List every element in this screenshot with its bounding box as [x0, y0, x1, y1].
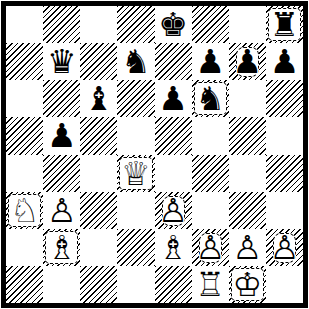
square-g7[interactable]: ♟: [229, 43, 266, 80]
square-g2[interactable]: ♙: [229, 229, 266, 266]
white-rook: ♖: [195, 268, 225, 301]
square-b8[interactable]: [43, 6, 80, 43]
square-a3[interactable]: ♘: [6, 192, 43, 229]
square-e2[interactable]: ♗: [155, 229, 192, 266]
chess-board: ♚♜♛♞♟♟♟♝♟♞♟♕♘♙♙♗♗♙♙♙♖♔: [1, 1, 308, 308]
square-h6[interactable]: [266, 80, 303, 117]
square-b4[interactable]: [43, 155, 80, 192]
square-h4[interactable]: [266, 155, 303, 192]
white-pawn: ♙: [47, 194, 77, 227]
square-c1[interactable]: [80, 266, 117, 303]
square-c2[interactable]: [80, 229, 117, 266]
square-a2[interactable]: [6, 229, 43, 266]
white-bishop: ♗: [158, 231, 188, 264]
square-f5[interactable]: [192, 117, 229, 154]
square-d1[interactable]: [117, 266, 154, 303]
chess-diagram: ♚♜♛♞♟♟♟♝♟♞♟♕♘♙♙♗♗♙♙♙♖♔: [0, 0, 309, 309]
square-b2[interactable]: ♗: [43, 229, 80, 266]
square-d6[interactable]: [117, 80, 154, 117]
white-pawn: ♙: [270, 231, 300, 264]
square-f4[interactable]: [192, 155, 229, 192]
square-g5[interactable]: [229, 117, 266, 154]
square-h5[interactable]: [266, 117, 303, 154]
black-rook: ♜: [270, 8, 300, 41]
square-c8[interactable]: [80, 6, 117, 43]
square-c7[interactable]: [80, 43, 117, 80]
square-c5[interactable]: [80, 117, 117, 154]
square-e5[interactable]: [155, 117, 192, 154]
square-h7[interactable]: ♟: [266, 43, 303, 80]
square-e7[interactable]: [155, 43, 192, 80]
square-b6[interactable]: [43, 80, 80, 117]
square-c6[interactable]: ♝: [80, 80, 117, 117]
black-pawn: ♟: [233, 45, 263, 78]
square-g3[interactable]: [229, 192, 266, 229]
square-d8[interactable]: [117, 6, 154, 43]
square-b7[interactable]: ♛: [43, 43, 80, 80]
square-b1[interactable]: [43, 266, 80, 303]
square-e3[interactable]: ♙: [155, 192, 192, 229]
square-d2[interactable]: [117, 229, 154, 266]
square-b3[interactable]: ♙: [43, 192, 80, 229]
square-e4[interactable]: [155, 155, 192, 192]
black-pawn: ♟: [47, 119, 77, 152]
black-knight: ♞: [121, 45, 151, 78]
square-a1[interactable]: [6, 266, 43, 303]
white-pawn: ♙: [233, 231, 263, 264]
white-pawn: ♙: [195, 231, 225, 264]
black-pawn: ♟: [158, 82, 188, 115]
white-king: ♔: [233, 268, 263, 301]
black-bishop: ♝: [84, 82, 114, 115]
square-d3[interactable]: [117, 192, 154, 229]
black-pawn: ♟: [195, 45, 225, 78]
square-h1[interactable]: [266, 266, 303, 303]
square-g4[interactable]: [229, 155, 266, 192]
black-pawn: ♟: [270, 45, 300, 78]
square-c3[interactable]: [80, 192, 117, 229]
square-g1[interactable]: ♔: [229, 266, 266, 303]
square-e8[interactable]: ♚: [155, 6, 192, 43]
white-bishop: ♗: [47, 231, 77, 264]
square-f6[interactable]: ♞: [192, 80, 229, 117]
square-f3[interactable]: [192, 192, 229, 229]
square-d7[interactable]: ♞: [117, 43, 154, 80]
square-c4[interactable]: [80, 155, 117, 192]
square-h3[interactable]: [266, 192, 303, 229]
black-knight: ♞: [195, 82, 225, 115]
square-f8[interactable]: [192, 6, 229, 43]
square-b5[interactable]: ♟: [43, 117, 80, 154]
square-a5[interactable]: [6, 117, 43, 154]
square-f2[interactable]: ♙: [192, 229, 229, 266]
white-pawn: ♙: [158, 194, 188, 227]
square-g6[interactable]: [229, 80, 266, 117]
black-queen: ♛: [47, 45, 77, 78]
square-a7[interactable]: [6, 43, 43, 80]
white-knight: ♘: [10, 194, 40, 227]
square-g8[interactable]: [229, 6, 266, 43]
black-king: ♚: [158, 8, 188, 41]
square-a4[interactable]: [6, 155, 43, 192]
square-d5[interactable]: [117, 117, 154, 154]
square-f7[interactable]: ♟: [192, 43, 229, 80]
square-e6[interactable]: ♟: [155, 80, 192, 117]
square-a6[interactable]: [6, 80, 43, 117]
square-a8[interactable]: [6, 6, 43, 43]
square-f1[interactable]: ♖: [192, 266, 229, 303]
square-d4[interactable]: ♕: [117, 155, 154, 192]
white-queen: ♕: [121, 157, 151, 190]
square-e1[interactable]: [155, 266, 192, 303]
square-h8[interactable]: ♜: [266, 6, 303, 43]
square-h2[interactable]: ♙: [266, 229, 303, 266]
